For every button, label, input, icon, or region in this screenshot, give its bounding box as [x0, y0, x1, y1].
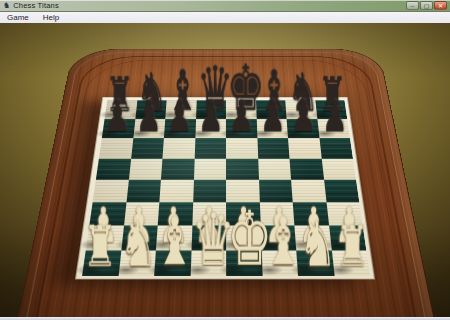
piece-white-knight-b1[interactable]: ♞ [118, 250, 156, 276]
game-3d-scene: ♜♞♝♛♚♝♞♜♟♟♟♟♟♟♟♟♟♟♟♟♟♟♟♟♜♞♝♛♚♝♞♜ [0, 23, 450, 317]
piece-white-knight-g1[interactable]: ♞ [296, 250, 334, 276]
piece-black-pawn-b7[interactable]: ♟ [133, 119, 165, 138]
title-bar[interactable]: ♞ Chess Titans – ▢ ✕ [0, 0, 450, 12]
king-glyph: ♚ [227, 200, 261, 275]
piece-black-pawn-f7[interactable]: ♟ [256, 119, 288, 138]
piece-black-pawn-g7[interactable]: ♟ [287, 119, 319, 138]
pieces-layer: ♜♞♝♛♚♝♞♜♟♟♟♟♟♟♟♟♟♟♟♟♟♟♟♟♜♞♝♛♚♝♞♜ [82, 100, 370, 276]
pawn-glyph: ♟ [165, 94, 194, 137]
pawn-glyph: ♟ [134, 94, 163, 137]
chess-titans-window: ♞ Chess Titans – ▢ ✕ Game Help ♜♞ [0, 0, 450, 320]
piece-white-bishop-c1[interactable]: ♝ [154, 250, 191, 276]
piece-white-king-e1[interactable]: ♚ [226, 250, 262, 276]
pawn-glyph: ♟ [289, 94, 318, 137]
piece-white-bishop-f1[interactable]: ♝ [261, 250, 298, 276]
rook-glyph: ♜ [83, 219, 117, 276]
piece-white-rook-a1[interactable]: ♜ [82, 250, 121, 276]
pawn-glyph: ♟ [103, 94, 132, 137]
piece-black-pawn-e7[interactable]: ♟ [226, 119, 257, 138]
queen-glyph: ♛ [191, 203, 225, 275]
pawn-glyph: ♟ [196, 94, 225, 137]
title-area: ♞ Chess Titans [3, 0, 59, 11]
piece-white-queen-d1[interactable]: ♛ [190, 250, 226, 276]
piece-black-pawn-c7[interactable]: ♟ [164, 119, 196, 138]
minimize-button[interactable]: – [406, 1, 419, 10]
menu-game[interactable]: Game [0, 12, 36, 23]
bishop-glyph: ♝ [263, 209, 297, 275]
knight-icon: ♞ [3, 2, 10, 10]
chess-board: ♜♞♝♛♚♝♞♜♟♟♟♟♟♟♟♟♟♟♟♟♟♟♟♟♜♞♝♛♚♝♞♜ [75, 97, 375, 280]
knight-glyph: ♞ [299, 212, 333, 275]
caption-buttons: – ▢ ✕ [406, 1, 447, 10]
window-title: Chess Titans [13, 1, 59, 10]
piece-white-rook-h1[interactable]: ♜ [331, 250, 370, 276]
piece-black-pawn-a7[interactable]: ♟ [102, 119, 135, 138]
pawn-glyph: ♟ [258, 94, 287, 137]
rook-glyph: ♜ [335, 219, 369, 276]
piece-black-pawn-h7[interactable]: ♟ [317, 119, 350, 138]
piece-black-pawn-d7[interactable]: ♟ [195, 119, 226, 138]
knight-glyph: ♞ [119, 212, 153, 275]
menu-help[interactable]: Help [36, 12, 66, 23]
pawn-glyph: ♟ [320, 94, 349, 137]
maximize-button[interactable]: ▢ [420, 1, 433, 10]
pawn-glyph: ♟ [227, 94, 256, 137]
close-button[interactable]: ✕ [434, 1, 447, 10]
bishop-glyph: ♝ [155, 209, 189, 275]
